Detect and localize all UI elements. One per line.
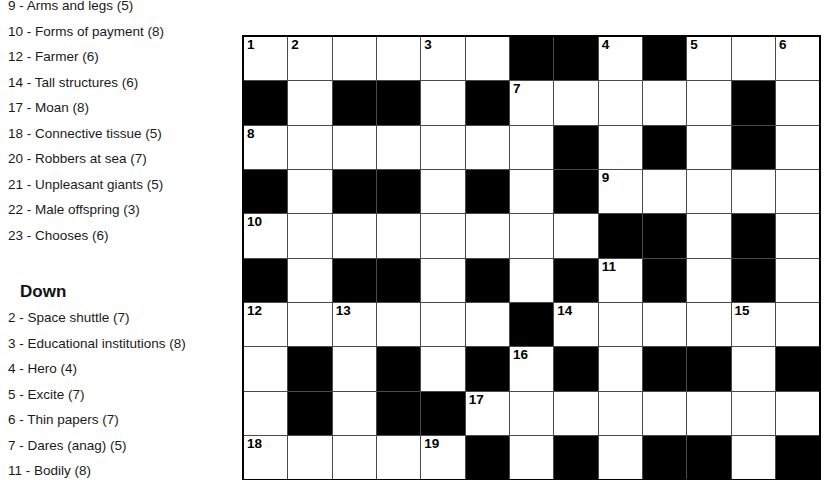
- cell-number-8: 8: [247, 127, 255, 141]
- cell-r1c2[interactable]: 2: [288, 37, 331, 80]
- cell-r7c4[interactable]: [377, 303, 420, 346]
- across-clue-9: 9 - Arms and legs (5): [8, 0, 164, 19]
- cell-r10c12[interactable]: [732, 436, 775, 479]
- cell-r10c11: [687, 436, 730, 479]
- cell-r8c8: [554, 347, 597, 390]
- cell-r6c1: [244, 259, 287, 302]
- cell-r5c10: [643, 214, 686, 257]
- cell-r9c7[interactable]: [510, 392, 553, 435]
- cell-r5c1[interactable]: 10: [244, 214, 287, 257]
- cell-r3c3[interactable]: [333, 126, 376, 169]
- down-clue-3: 3 - Educational institutions (8): [8, 331, 186, 357]
- cell-number-9: 9: [602, 171, 610, 185]
- cell-number-12: 12: [247, 304, 262, 318]
- cell-r7c10[interactable]: [643, 303, 686, 346]
- cell-r7c3[interactable]: 13: [333, 303, 376, 346]
- cell-r4c8: [554, 170, 597, 213]
- cell-r4c13[interactable]: [776, 170, 819, 213]
- cell-r9c12[interactable]: [732, 392, 775, 435]
- cell-r1c7: [510, 37, 553, 80]
- cell-r2c3: [333, 81, 376, 124]
- cell-r5c3[interactable]: [333, 214, 376, 257]
- cell-r4c1: [244, 170, 287, 213]
- cell-r5c7[interactable]: [510, 214, 553, 257]
- across-clue-22: 22 - Male offspring (3): [8, 197, 164, 223]
- down-clues-list: 2 - Space shuttle (7)3 - Educational ins…: [8, 305, 186, 480]
- cell-r7c1[interactable]: 12: [244, 303, 287, 346]
- cell-r8c11: [687, 347, 730, 390]
- cell-r9c5: [421, 392, 464, 435]
- cell-r10c5[interactable]: 19: [421, 436, 464, 479]
- cell-r3c11[interactable]: [687, 126, 730, 169]
- cell-r7c6[interactable]: [466, 303, 509, 346]
- cell-r10c1[interactable]: 18: [244, 436, 287, 479]
- cell-r2c13[interactable]: [776, 81, 819, 124]
- cell-r3c5[interactable]: [421, 126, 464, 169]
- cell-r5c4[interactable]: [377, 214, 420, 257]
- cell-r4c4: [377, 170, 420, 213]
- cell-r3c1[interactable]: 8: [244, 126, 287, 169]
- cell-r5c2[interactable]: [288, 214, 331, 257]
- cell-r1c3[interactable]: [333, 37, 376, 80]
- cell-r6c2[interactable]: [288, 259, 331, 302]
- cell-r7c8[interactable]: 14: [554, 303, 597, 346]
- cell-r7c5[interactable]: [421, 303, 464, 346]
- cell-r5c6[interactable]: [466, 214, 509, 257]
- cell-number-13: 13: [336, 304, 351, 318]
- cell-r3c4[interactable]: [377, 126, 420, 169]
- cell-r9c2: [288, 392, 331, 435]
- cell-r2c7[interactable]: 7: [510, 81, 553, 124]
- cell-r2c2[interactable]: [288, 81, 331, 124]
- across-clue-17: 17 - Moan (8): [8, 95, 164, 121]
- cell-r6c9[interactable]: 11: [599, 259, 642, 302]
- cell-number-15: 15: [735, 304, 750, 318]
- cell-r1c6[interactable]: [466, 37, 509, 80]
- across-clue-21: 21 - Unpleasant giants (5): [8, 172, 164, 198]
- cell-r6c3: [333, 259, 376, 302]
- cell-r10c3[interactable]: [333, 436, 376, 479]
- across-clue-23: 23 - Chooses (6): [8, 223, 164, 249]
- cell-r3c9[interactable]: [599, 126, 642, 169]
- cell-r4c3: [333, 170, 376, 213]
- cell-r1c11[interactable]: 5: [687, 37, 730, 80]
- crossword-page: 9 - Arms and legs (5)10 - Forms of payme…: [0, 0, 840, 480]
- cell-r7c13[interactable]: [776, 303, 819, 346]
- cell-r5c11[interactable]: [687, 214, 730, 257]
- cell-r3c7[interactable]: [510, 126, 553, 169]
- cell-r5c12: [732, 214, 775, 257]
- cell-r2c10[interactable]: [643, 81, 686, 124]
- cell-r4c10[interactable]: [643, 170, 686, 213]
- cell-r7c9[interactable]: [599, 303, 642, 346]
- down-clue-5: 5 - Excite (7): [8, 382, 186, 408]
- cell-r1c12[interactable]: [732, 37, 775, 80]
- cell-r7c11[interactable]: [687, 303, 730, 346]
- cell-r9c3[interactable]: [333, 392, 376, 435]
- cell-r2c6: [466, 81, 509, 124]
- cell-r7c12[interactable]: 15: [732, 303, 775, 346]
- cell-number-5: 5: [690, 38, 698, 52]
- cell-r8c5[interactable]: [421, 347, 464, 390]
- cell-r8c1[interactable]: [244, 347, 287, 390]
- cell-r3c8: [554, 126, 597, 169]
- cell-r2c4: [377, 81, 420, 124]
- cell-number-4: 4: [602, 38, 610, 52]
- down-clue-4: 4 - Hero (4): [8, 356, 186, 382]
- cell-r6c4: [377, 259, 420, 302]
- cell-r8c7[interactable]: 16: [510, 347, 553, 390]
- cell-r8c4: [377, 347, 420, 390]
- cell-r9c6[interactable]: 17: [466, 392, 509, 435]
- cell-r1c13[interactable]: 6: [776, 37, 819, 80]
- cell-number-17: 17: [469, 393, 484, 407]
- cell-r10c7[interactable]: [510, 436, 553, 479]
- cell-r9c4: [377, 392, 420, 435]
- cell-r2c5[interactable]: [421, 81, 464, 124]
- across-clue-10: 10 - Forms of payment (8): [8, 19, 164, 45]
- cell-r2c8[interactable]: [554, 81, 597, 124]
- down-clue-7: 7 - Dares (anag) (5): [8, 433, 186, 459]
- cell-r2c11[interactable]: [687, 81, 730, 124]
- cell-r5c8[interactable]: [554, 214, 597, 257]
- cell-number-3: 3: [424, 38, 432, 52]
- cell-number-2: 2: [291, 38, 299, 52]
- cell-r5c13[interactable]: [776, 214, 819, 257]
- cell-r9c1[interactable]: [244, 392, 287, 435]
- cell-r1c1[interactable]: 1: [244, 37, 287, 80]
- cell-number-16: 16: [513, 348, 528, 362]
- cell-r6c6: [466, 259, 509, 302]
- cell-r8c6: [466, 347, 509, 390]
- cell-r1c4[interactable]: [377, 37, 420, 80]
- cell-r6c10: [643, 259, 686, 302]
- cell-r10c8: [554, 436, 597, 479]
- cell-r1c8: [554, 37, 597, 80]
- crossword-grid: 12345678910111213141516171819: [244, 37, 819, 479]
- cell-r4c11[interactable]: [687, 170, 730, 213]
- cell-r4c2[interactable]: [288, 170, 331, 213]
- cell-number-7: 7: [513, 82, 521, 96]
- cell-number-10: 10: [247, 215, 262, 229]
- cell-r9c9[interactable]: [599, 392, 642, 435]
- cell-r6c8: [554, 259, 597, 302]
- cell-r2c12: [732, 81, 775, 124]
- cell-r5c5[interactable]: [421, 214, 464, 257]
- down-clue-2: 2 - Space shuttle (7): [8, 305, 186, 331]
- cell-r6c7[interactable]: [510, 259, 553, 302]
- cell-r8c2: [288, 347, 331, 390]
- cell-r4c9[interactable]: 9: [599, 170, 642, 213]
- cell-r9c10[interactable]: [643, 392, 686, 435]
- cell-r4c6: [466, 170, 509, 213]
- cell-r3c10: [643, 126, 686, 169]
- cell-r3c12: [732, 126, 775, 169]
- cell-number-1: 1: [247, 38, 255, 52]
- cell-r7c7: [510, 303, 553, 346]
- cell-number-18: 18: [247, 437, 262, 451]
- cell-number-19: 19: [424, 437, 439, 451]
- cell-r2c9[interactable]: [599, 81, 642, 124]
- across-clue-12: 12 - Farmer (6): [8, 44, 164, 70]
- cell-r3c2[interactable]: [288, 126, 331, 169]
- cell-r9c8[interactable]: [554, 392, 597, 435]
- cell-r9c13[interactable]: [776, 392, 819, 435]
- cell-r10c10: [643, 436, 686, 479]
- cell-r10c2[interactable]: [288, 436, 331, 479]
- cell-r5c9: [599, 214, 642, 257]
- cell-r2c1: [244, 81, 287, 124]
- cell-r8c12[interactable]: [732, 347, 775, 390]
- cell-r1c5[interactable]: 3: [421, 37, 464, 80]
- cell-r4c7[interactable]: [510, 170, 553, 213]
- cell-r6c13[interactable]: [776, 259, 819, 302]
- cell-number-14: 14: [557, 304, 572, 318]
- cell-r1c9[interactable]: 4: [599, 37, 642, 80]
- down-clue-6: 6 - Thin papers (7): [8, 407, 186, 433]
- cell-number-6: 6: [779, 38, 787, 52]
- cell-r7c2[interactable]: [288, 303, 331, 346]
- cell-r6c12: [732, 259, 775, 302]
- cell-r10c13: [776, 436, 819, 479]
- across-clues-list: 9 - Arms and legs (5)10 - Forms of payme…: [8, 0, 164, 248]
- cell-r6c11[interactable]: [687, 259, 730, 302]
- down-clue-11: 11 - Bodily (8): [8, 458, 186, 480]
- cell-r10c9[interactable]: [599, 436, 642, 479]
- cell-r3c13[interactable]: [776, 126, 819, 169]
- cell-r10c6: [466, 436, 509, 479]
- cell-r8c10: [643, 347, 686, 390]
- across-clue-18: 18 - Connective tissue (5): [8, 121, 164, 147]
- cell-r8c9[interactable]: [599, 347, 642, 390]
- cell-r10c4[interactable]: [377, 436, 420, 479]
- cell-r1c10: [643, 37, 686, 80]
- cell-r3c6[interactable]: [466, 126, 509, 169]
- cell-number-11: 11: [602, 260, 616, 274]
- cell-r4c5[interactable]: [421, 170, 464, 213]
- cell-r6c5[interactable]: [421, 259, 464, 302]
- cell-r4c12[interactable]: [732, 170, 775, 213]
- down-heading: Down: [20, 283, 66, 300]
- crossword-grid-frame: 12345678910111213141516171819: [242, 35, 821, 480]
- across-clue-14: 14 - Tall structures (6): [8, 70, 164, 96]
- across-clue-20: 20 - Robbers at sea (7): [8, 146, 164, 172]
- cell-r9c11[interactable]: [687, 392, 730, 435]
- cell-r8c3[interactable]: [333, 347, 376, 390]
- cell-r8c13: [776, 347, 819, 390]
